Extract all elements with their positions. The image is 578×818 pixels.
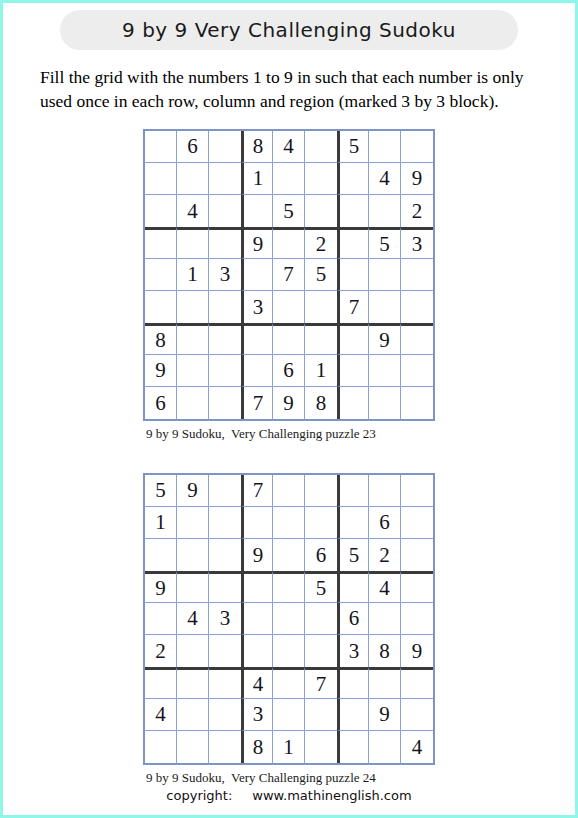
grid1-cell-r6c6 [305,291,337,323]
grid1-cell-r6c1 [145,291,177,323]
grid2-cell-r9c7 [337,731,369,763]
grid2-cell-r3c7: 5 [337,539,369,571]
grid2-cell-r6c8: 8 [369,635,401,667]
grid2-cell-r3c3 [209,539,241,571]
grid1-cell-r6c3 [209,291,241,323]
grid1-cell-r9c2 [177,387,209,419]
grid2-cell-r3c4: 9 [241,539,273,571]
grid1-cell-r4c3 [209,227,241,259]
grid1-cell-r4c5 [273,227,305,259]
grid2-cell-r1c2: 9 [177,475,209,507]
grid2-cell-r9c9: 4 [401,731,433,763]
worksheet-page: 9 by 9 Very Challenging Sudoku Fill the … [0,0,578,818]
grid2-cell-r1c5 [273,475,305,507]
grid2-cell-r2c2 [177,507,209,539]
grid1-cell-r2c8: 4 [369,163,401,195]
grid1-cell-r4c4: 9 [241,227,273,259]
grid2-cell-r6c9: 9 [401,635,433,667]
grid1-cell-r1c4: 8 [241,131,273,163]
grid1-cell-r6c8 [369,291,401,323]
grid1-cell-r9c8 [369,387,401,419]
grid2-cell-r8c3 [209,699,241,731]
grid2-cell-r1c3 [209,475,241,507]
grid2-cell-r8c4: 3 [241,699,273,731]
instructions-line-2: used once in each row, column and region… [40,89,524,113]
grid1-cell-r1c2: 6 [177,131,209,163]
grid2-cell-r1c9 [401,475,433,507]
grid2-cell-r4c4 [241,571,273,603]
grid2-cell-r9c3 [209,731,241,763]
grid2-cell-r5c8 [369,603,401,635]
grid2-cell-r4c6: 5 [305,571,337,603]
grid2-cell-r2c1: 1 [145,507,177,539]
grid1-cell-r1c9 [401,131,433,163]
grid2-cell-r1c7 [337,475,369,507]
grid2-cell-r7c8 [369,667,401,699]
grid1-cell-r1c5: 4 [273,131,305,163]
grid2-cell-r9c4: 8 [241,731,273,763]
grid2-cell-r5c5 [273,603,305,635]
grid1-cell-r7c6 [305,323,337,355]
puzzle-block-2: 597169652954436238947439814 9 by 9 Sudok… [143,473,435,786]
grid1-cell-r8c3 [209,355,241,387]
grid2-cell-r1c1: 5 [145,475,177,507]
grid1-cell-r5c6: 5 [305,259,337,291]
grid2-cell-r3c6: 6 [305,539,337,571]
grid2-cell-r6c1: 2 [145,635,177,667]
grid1-cell-r4c9: 3 [401,227,433,259]
grid1-cell-r9c1: 6 [145,387,177,419]
grid2-cell-r2c6 [305,507,337,539]
grid1-cell-r8c2 [177,355,209,387]
grid1-cell-r1c6 [305,131,337,163]
grid1-cell-r8c6: 1 [305,355,337,387]
grid1-cell-r1c7: 5 [337,131,369,163]
grid1-cell-r3c8 [369,195,401,227]
grid1-cell-r7c4 [241,323,273,355]
grid1-cell-r2c6 [305,163,337,195]
grid2-cell-r9c5: 1 [273,731,305,763]
grid1-cell-r7c5 [273,323,305,355]
grid2-cell-r5c4 [241,603,273,635]
grid2-cell-r3c1 [145,539,177,571]
grid1-cell-r7c2 [177,323,209,355]
grid2-cell-r3c8: 2 [369,539,401,571]
grid1-cell-r5c3: 3 [209,259,241,291]
grid1-cell-r6c7: 7 [337,291,369,323]
grid1-cell-r9c9 [401,387,433,419]
grid1-cell-r5c4 [241,259,273,291]
grid2-cell-r9c1 [145,731,177,763]
copyright-label: copyright: [166,788,232,803]
grid2-cell-r6c2 [177,635,209,667]
grid2-cell-r4c2 [177,571,209,603]
grid1-cell-r9c7 [337,387,369,419]
grid1-cell-r3c5: 5 [273,195,305,227]
title-banner: 9 by 9 Very Challenging Sudoku [60,10,518,50]
grid2-cell-r6c3 [209,635,241,667]
grid2-cell-r7c2 [177,667,209,699]
grid2-cell-r9c8 [369,731,401,763]
puzzle-block-1: 68451494529253137537899616798 9 by 9 Sud… [143,129,435,442]
grid2-cell-r5c7: 6 [337,603,369,635]
grid2-cell-r3c5 [273,539,305,571]
grid2-cell-r5c6 [305,603,337,635]
grid1-cell-r9c5: 9 [273,387,305,419]
grid1-cell-r3c6 [305,195,337,227]
grid2-cell-r4c8: 4 [369,571,401,603]
grid2-cell-r8c2 [177,699,209,731]
grid2-cell-r3c2 [177,539,209,571]
grid2-cell-r2c4 [241,507,273,539]
grid1-cell-r2c7 [337,163,369,195]
grid1-cell-r2c9: 9 [401,163,433,195]
grid1-cell-r3c7 [337,195,369,227]
grid1-cell-r5c1 [145,259,177,291]
instructions-text: Fill the grid with the numbers 1 to 9 in… [40,65,524,113]
grid1-cell-r6c5 [273,291,305,323]
grid2-cell-r8c6 [305,699,337,731]
grid1-cell-r5c7 [337,259,369,291]
grid1-cell-r8c9 [401,355,433,387]
grid2-cell-r8c8: 9 [369,699,401,731]
grid1-cell-r5c5: 7 [273,259,305,291]
grid2-cell-r8c1: 4 [145,699,177,731]
grid2-cell-r7c5 [273,667,305,699]
grid2-cell-r7c6: 7 [305,667,337,699]
grid1-cell-r1c3 [209,131,241,163]
grid2-cell-r2c8: 6 [369,507,401,539]
grid1-cell-r6c9 [401,291,433,323]
grid2-cell-r7c3 [209,667,241,699]
grid1-cell-r7c1: 8 [145,323,177,355]
grid1-cell-r3c3 [209,195,241,227]
grid2-cell-r8c5 [273,699,305,731]
grid2-cell-r6c4 [241,635,273,667]
grid2-cell-r1c8 [369,475,401,507]
grid1-cell-r2c4: 1 [241,163,273,195]
grid1-cell-r9c3 [209,387,241,419]
grid2-cell-r8c9 [401,699,433,731]
grid2-cell-r1c6 [305,475,337,507]
grid2-cell-r8c7 [337,699,369,731]
grid1-cell-r4c2 [177,227,209,259]
grid2-cell-r7c1 [145,667,177,699]
puzzle-caption-1: 9 by 9 Sudoku, Very Challenging puzzle 2… [146,426,435,442]
grid1-cell-r7c3 [209,323,241,355]
grid2-cell-r4c7 [337,571,369,603]
grid2-cell-r7c9 [401,667,433,699]
grid1-cell-r5c8 [369,259,401,291]
grid2-cell-r9c6 [305,731,337,763]
grid1-cell-r4c8: 5 [369,227,401,259]
grid2-cell-r6c7: 3 [337,635,369,667]
instructions-line-1: Fill the grid with the numbers 1 to 9 in… [40,65,524,89]
grid2-cell-r4c9 [401,571,433,603]
grid2-cell-r5c9 [401,603,433,635]
sudoku-grid-1: 68451494529253137537899616798 [143,129,435,421]
grid2-cell-r4c3 [209,571,241,603]
grid2-cell-r1c4: 7 [241,475,273,507]
grid1-cell-r4c1 [145,227,177,259]
grid1-cell-r2c5 [273,163,305,195]
grid1-cell-r3c9: 2 [401,195,433,227]
grid1-cell-r8c5: 6 [273,355,305,387]
grid1-cell-r4c6: 2 [305,227,337,259]
grid1-cell-r5c9 [401,259,433,291]
grid1-cell-r2c2 [177,163,209,195]
grid1-cell-r8c4 [241,355,273,387]
grid1-cell-r2c1 [145,163,177,195]
grid2-cell-r4c5 [273,571,305,603]
grid1-cell-r7c8: 9 [369,323,401,355]
grid2-cell-r6c5 [273,635,305,667]
grid1-cell-r9c4: 7 [241,387,273,419]
grid1-cell-r9c6: 8 [305,387,337,419]
sudoku-grid-2: 597169652954436238947439814 [143,473,435,765]
grid2-cell-r5c2: 4 [177,603,209,635]
grid2-cell-r5c3: 3 [209,603,241,635]
grid1-cell-r4c7 [337,227,369,259]
grid1-cell-r6c4: 3 [241,291,273,323]
page-title: 9 by 9 Very Challenging Sudoku [122,18,456,42]
copyright-url: www.mathinenglish.com [252,788,411,803]
grid1-cell-r1c1 [145,131,177,163]
grid1-cell-r7c7 [337,323,369,355]
grid1-cell-r3c1 [145,195,177,227]
grid2-cell-r2c7 [337,507,369,539]
grid1-cell-r8c7 [337,355,369,387]
grid2-cell-r6c6 [305,635,337,667]
grid2-cell-r7c4: 4 [241,667,273,699]
grid1-cell-r7c9 [401,323,433,355]
grid1-cell-r8c8 [369,355,401,387]
grid1-cell-r5c2: 1 [177,259,209,291]
grid1-cell-r3c2: 4 [177,195,209,227]
grid1-cell-r3c4 [241,195,273,227]
grid2-cell-r4c1: 9 [145,571,177,603]
grid1-cell-r1c8 [369,131,401,163]
grid2-cell-r2c3 [209,507,241,539]
grid2-cell-r9c2 [177,731,209,763]
grid2-cell-r7c7 [337,667,369,699]
grid2-cell-r2c9 [401,507,433,539]
grid1-cell-r6c2 [177,291,209,323]
copyright-line: copyright: www.mathinenglish.com [3,788,575,803]
grid2-cell-r5c1 [145,603,177,635]
grid1-cell-r8c1: 9 [145,355,177,387]
grid2-cell-r2c5 [273,507,305,539]
puzzle-caption-2: 9 by 9 Sudoku, Very Challenging puzzle 2… [146,770,435,786]
grid2-cell-r3c9 [401,539,433,571]
grid1-cell-r2c3 [209,163,241,195]
